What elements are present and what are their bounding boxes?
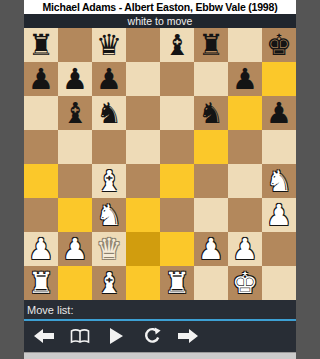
play-button[interactable]	[105, 328, 127, 346]
square-b1[interactable]	[58, 266, 92, 300]
square-c3[interactable]: ♞	[92, 198, 126, 232]
black-knight: ♞	[96, 96, 122, 130]
square-h6[interactable]: ♟	[262, 96, 296, 130]
square-g2[interactable]: ♟	[228, 232, 262, 266]
white-knight: ♞	[96, 198, 122, 232]
white-rook: ♜	[164, 266, 190, 300]
square-a3[interactable]	[24, 198, 58, 232]
bottom-strip	[24, 352, 296, 359]
square-d1[interactable]	[126, 266, 160, 300]
right-arrow-icon	[178, 329, 198, 346]
square-a5[interactable]	[24, 130, 58, 164]
square-d5[interactable]	[126, 130, 160, 164]
square-a2[interactable]: ♟	[24, 232, 58, 266]
square-e5[interactable]	[160, 130, 194, 164]
white-queen-ghost: ♛	[96, 232, 122, 266]
square-c7[interactable]: ♟	[92, 62, 126, 96]
black-rook: ♜	[198, 28, 224, 62]
black-rook: ♜	[28, 28, 54, 62]
white-knight: ♞	[266, 164, 292, 198]
square-d3[interactable]	[126, 198, 160, 232]
back-button[interactable]	[33, 328, 55, 346]
chess-board: ♜♛♝♜♚♟♟♟♟♝♞♞♟♝♞♞♟♟♟♛♟♟♜♝♜♚	[24, 28, 296, 300]
square-e1[interactable]: ♜	[160, 266, 194, 300]
square-h1[interactable]	[262, 266, 296, 300]
square-e4[interactable]	[160, 164, 194, 198]
white-rook: ♜	[28, 266, 54, 300]
square-e2[interactable]	[160, 232, 194, 266]
square-g6[interactable]	[228, 96, 262, 130]
bottom-panel: Move list:	[24, 300, 296, 359]
black-bishop: ♝	[62, 96, 88, 130]
square-g8[interactable]	[228, 28, 262, 62]
black-pawn: ♟	[28, 62, 54, 96]
square-b3[interactable]	[58, 198, 92, 232]
square-f4[interactable]	[194, 164, 228, 198]
square-c2[interactable]: ♛	[92, 232, 126, 266]
square-d8[interactable]	[126, 28, 160, 62]
square-d7[interactable]	[126, 62, 160, 96]
square-f7[interactable]	[194, 62, 228, 96]
square-a8[interactable]: ♜	[24, 28, 58, 62]
white-pawn: ♟	[266, 198, 292, 232]
black-king: ♚	[266, 28, 292, 62]
square-g5[interactable]	[228, 130, 262, 164]
square-d6[interactable]	[126, 96, 160, 130]
square-f3[interactable]	[194, 198, 228, 232]
square-a6[interactable]	[24, 96, 58, 130]
play-icon	[110, 328, 123, 347]
square-b7[interactable]: ♟	[58, 62, 92, 96]
square-c4[interactable]: ♝	[92, 164, 126, 198]
square-d2[interactable]	[126, 232, 160, 266]
square-f5[interactable]	[194, 130, 228, 164]
move-list-label: Move list:	[24, 300, 296, 319]
square-e8[interactable]: ♝	[160, 28, 194, 62]
black-queen: ♛	[96, 28, 122, 62]
square-d4[interactable]	[126, 164, 160, 198]
left-arrow-icon	[34, 329, 54, 346]
square-f8[interactable]: ♜	[194, 28, 228, 62]
chess-app-window: Michael Adams - Albert Easton, Ebbw Vale…	[24, 0, 296, 359]
forward-button[interactable]	[177, 328, 199, 346]
book-icon	[70, 328, 90, 347]
square-b4[interactable]	[58, 164, 92, 198]
black-pawn: ♟	[96, 62, 122, 96]
openings-book-button[interactable]	[69, 328, 91, 346]
square-b8[interactable]	[58, 28, 92, 62]
black-pawn: ♟	[62, 62, 88, 96]
black-knight: ♞	[198, 96, 224, 130]
refresh-button[interactable]	[141, 328, 163, 346]
square-h8[interactable]: ♚	[262, 28, 296, 62]
square-c6[interactable]: ♞	[92, 96, 126, 130]
square-b2[interactable]: ♟	[58, 232, 92, 266]
square-b5[interactable]	[58, 130, 92, 164]
white-pawn: ♟	[232, 232, 258, 266]
square-c1[interactable]: ♝	[92, 266, 126, 300]
white-bishop: ♝	[96, 266, 122, 300]
turn-indicator-bar: white to move	[24, 14, 296, 28]
white-pawn: ♟	[28, 232, 54, 266]
square-f1[interactable]	[194, 266, 228, 300]
square-g3[interactable]	[228, 198, 262, 232]
turn-indicator: white to move	[128, 15, 193, 27]
navigation-toolbar	[24, 321, 296, 347]
square-a4[interactable]	[24, 164, 58, 198]
square-g1[interactable]: ♚	[228, 266, 262, 300]
square-h2[interactable]	[262, 232, 296, 266]
black-pawn: ♟	[232, 62, 258, 96]
square-c5[interactable]	[92, 130, 126, 164]
refresh-icon	[143, 327, 161, 348]
square-e6[interactable]	[160, 96, 194, 130]
game-title: Michael Adams - Albert Easton, Ebbw Vale…	[43, 1, 278, 13]
square-h3[interactable]: ♟	[262, 198, 296, 232]
white-pawn: ♟	[62, 232, 88, 266]
square-a1[interactable]: ♜	[24, 266, 58, 300]
white-king: ♚	[232, 266, 258, 300]
black-pawn: ♟	[266, 96, 292, 130]
square-g7[interactable]: ♟	[228, 62, 262, 96]
game-title-bar: Michael Adams - Albert Easton, Ebbw Vale…	[24, 0, 296, 14]
square-b6[interactable]: ♝	[58, 96, 92, 130]
square-h5[interactable]	[262, 130, 296, 164]
square-e7[interactable]	[160, 62, 194, 96]
white-pawn: ♟	[198, 232, 224, 266]
square-a7[interactable]: ♟	[24, 62, 58, 96]
square-g4[interactable]	[228, 164, 262, 198]
square-e3[interactable]	[160, 198, 194, 232]
white-bishop: ♝	[96, 164, 122, 198]
square-f6[interactable]: ♞	[194, 96, 228, 130]
square-f2[interactable]: ♟	[194, 232, 228, 266]
square-h4[interactable]: ♞	[262, 164, 296, 198]
square-h7[interactable]	[262, 62, 296, 96]
black-bishop: ♝	[164, 28, 190, 62]
square-c8[interactable]: ♛	[92, 28, 126, 62]
